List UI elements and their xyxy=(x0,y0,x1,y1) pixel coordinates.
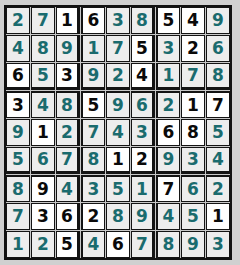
cell-r3c6-given[interactable]: 4 xyxy=(131,63,155,90)
cell-r4c9-given[interactable]: 7 xyxy=(206,91,230,118)
cell-r1c2-solved[interactable]: 7 xyxy=(31,7,55,34)
cell-r9c7-solved[interactable]: 8 xyxy=(156,231,180,258)
cell-r2c8-given[interactable]: 2 xyxy=(181,35,205,62)
cell-r1c6-solved[interactable]: 8 xyxy=(131,7,155,34)
cell-r2c3-solved[interactable]: 9 xyxy=(56,35,80,62)
cell-r1c4-given[interactable]: 6 xyxy=(81,7,105,34)
cell-r8c7-solved[interactable]: 4 xyxy=(156,203,180,230)
cell-r6c7-solved[interactable]: 9 xyxy=(156,147,180,174)
cell-r2c9-solved[interactable]: 6 xyxy=(206,35,230,62)
cell-r7c8-solved[interactable]: 6 xyxy=(181,175,205,202)
cell-r1c8-given[interactable]: 4 xyxy=(181,7,205,34)
cell-r6c4-solved[interactable]: 8 xyxy=(81,147,105,174)
cell-r2c2-solved[interactable]: 8 xyxy=(31,35,55,62)
cell-r3c7-solved[interactable]: 1 xyxy=(156,63,180,90)
cell-r7c5-solved[interactable]: 5 xyxy=(106,175,130,202)
cell-r8c4-given[interactable]: 2 xyxy=(81,203,105,230)
cell-r6c2-solved[interactable]: 6 xyxy=(31,147,55,174)
cell-r2c7-solved[interactable]: 3 xyxy=(156,35,180,62)
cell-r3c1-given[interactable]: 6 xyxy=(6,63,30,90)
cell-r4c3-solved[interactable]: 8 xyxy=(56,91,80,118)
cell-r1c3-given[interactable]: 1 xyxy=(56,7,80,34)
cell-r3c2-solved[interactable]: 5 xyxy=(31,63,55,90)
cell-r7c3-solved[interactable]: 4 xyxy=(56,175,80,202)
cell-r5c5-solved[interactable]: 4 xyxy=(106,119,130,146)
cell-r5c7-given[interactable]: 6 xyxy=(156,119,180,146)
cell-r9c8-solved[interactable]: 9 xyxy=(181,231,205,258)
cell-r9c9-solved[interactable]: 3 xyxy=(206,231,230,258)
cell-r6c9-solved[interactable]: 4 xyxy=(206,147,230,174)
cell-r2c4-solved[interactable]: 1 xyxy=(81,35,105,62)
cell-r4c4-given[interactable]: 5 xyxy=(81,91,105,118)
cell-r5c2-given[interactable]: 1 xyxy=(31,119,55,146)
cell-r3c8-solved[interactable]: 7 xyxy=(181,63,205,90)
cell-r2c5-solved[interactable]: 7 xyxy=(106,35,130,62)
cell-r9c2-solved[interactable]: 2 xyxy=(31,231,55,258)
cell-r1c9-solved[interactable]: 9 xyxy=(206,7,230,34)
cell-r3c5-solved[interactable]: 2 xyxy=(106,63,130,90)
sudoku-page: 2716385494891753266539241783485962179127… xyxy=(0,0,240,265)
cell-r4c5-solved[interactable]: 9 xyxy=(106,91,130,118)
cell-r2c1-solved[interactable]: 4 xyxy=(6,35,30,62)
cell-r4c2-solved[interactable]: 4 xyxy=(31,91,55,118)
cell-r9c5-given[interactable]: 6 xyxy=(106,231,130,258)
cell-r8c1-solved[interactable]: 7 xyxy=(6,203,30,230)
cell-r7c1-solved[interactable]: 8 xyxy=(6,175,30,202)
cell-r7c2-given[interactable]: 9 xyxy=(31,175,55,202)
cell-r3c3-given[interactable]: 3 xyxy=(56,63,80,90)
cell-r8c8-solved[interactable]: 5 xyxy=(181,203,205,230)
cell-r7c6-solved[interactable]: 1 xyxy=(131,175,155,202)
cell-r7c7-given[interactable]: 7 xyxy=(156,175,180,202)
cell-r1c1-solved[interactable]: 2 xyxy=(6,7,30,34)
cell-r8c9-given[interactable]: 1 xyxy=(206,203,230,230)
cell-r5c9-solved[interactable]: 5 xyxy=(206,119,230,146)
cell-r8c2-given[interactable]: 3 xyxy=(31,203,55,230)
cell-r3c4-solved[interactable]: 9 xyxy=(81,63,105,90)
cell-r6c8-solved[interactable]: 3 xyxy=(181,147,205,174)
cell-r4c8-given[interactable]: 1 xyxy=(181,91,205,118)
cell-r6c1-solved[interactable]: 5 xyxy=(6,147,30,174)
cell-r7c9-solved[interactable]: 2 xyxy=(206,175,230,202)
cell-r5c8-given[interactable]: 8 xyxy=(181,119,205,146)
cell-r4c7-solved[interactable]: 2 xyxy=(156,91,180,118)
cell-r4c1-given[interactable]: 3 xyxy=(6,91,30,118)
cell-r8c3-given[interactable]: 6 xyxy=(56,203,80,230)
cell-r9c6-solved[interactable]: 7 xyxy=(131,231,155,258)
cell-r9c4-solved[interactable]: 4 xyxy=(81,231,105,258)
cell-r1c5-solved[interactable]: 3 xyxy=(106,7,130,34)
cell-r8c6-solved[interactable]: 9 xyxy=(131,203,155,230)
cell-r6c6-given[interactable]: 2 xyxy=(131,147,155,174)
cell-r1c7-given[interactable]: 5 xyxy=(156,7,180,34)
cell-r6c3-solved[interactable]: 7 xyxy=(56,147,80,174)
cell-r5c6-solved[interactable]: 3 xyxy=(131,119,155,146)
cell-r9c3-given[interactable]: 5 xyxy=(56,231,80,258)
cell-r6c5-given[interactable]: 1 xyxy=(106,147,130,174)
cell-r9c1-solved[interactable]: 1 xyxy=(6,231,30,258)
cell-r4c6-solved[interactable]: 6 xyxy=(131,91,155,118)
cell-r8c5-solved[interactable]: 8 xyxy=(106,203,130,230)
sudoku-board: 2716385494891753266539241783485962179127… xyxy=(4,5,232,260)
cell-r2c6-given[interactable]: 5 xyxy=(131,35,155,62)
cell-r5c4-solved[interactable]: 7 xyxy=(81,119,105,146)
cell-r5c3-solved[interactable]: 2 xyxy=(56,119,80,146)
cell-r7c4-solved[interactable]: 3 xyxy=(81,175,105,202)
cell-r5c1-solved[interactable]: 9 xyxy=(6,119,30,146)
cell-r3c9-solved[interactable]: 8 xyxy=(206,63,230,90)
